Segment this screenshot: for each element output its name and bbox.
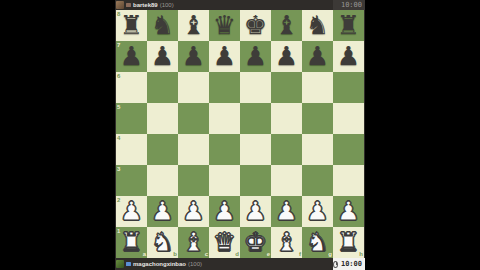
square-a1[interactable]: 1a♜	[116, 227, 147, 258]
square-f6[interactable]	[271, 72, 302, 103]
black-rook[interactable]: ♜	[116, 10, 147, 41]
square-h4[interactable]	[333, 134, 364, 165]
top-player-username[interactable]: bartek89	[133, 2, 158, 8]
square-h7[interactable]: ♟	[333, 41, 364, 72]
square-h2[interactable]: ♟	[333, 196, 364, 227]
square-h5[interactable]	[333, 103, 364, 134]
bottom-player-flag-icon	[126, 262, 131, 266]
square-g2[interactable]: ♟	[302, 196, 333, 227]
square-c3[interactable]	[178, 165, 209, 196]
square-f1[interactable]: f♝	[271, 227, 302, 258]
white-pawn[interactable]: ♟	[116, 196, 147, 227]
square-e2[interactable]: ♟	[240, 196, 271, 227]
square-b6[interactable]	[147, 72, 178, 103]
top-player-rating: (100)	[160, 2, 174, 8]
square-g7[interactable]: ♟	[302, 41, 333, 72]
rank-label-4: 4	[117, 135, 120, 141]
bottom-player-avatar[interactable]	[116, 260, 124, 268]
black-knight[interactable]: ♞	[147, 10, 178, 41]
square-h3[interactable]	[333, 165, 364, 196]
square-e5[interactable]	[240, 103, 271, 134]
square-e3[interactable]	[240, 165, 271, 196]
square-b2[interactable]: ♟	[147, 196, 178, 227]
square-f8[interactable]: ♝	[271, 10, 302, 41]
square-e4[interactable]	[240, 134, 271, 165]
square-c8[interactable]: ♝	[178, 10, 209, 41]
top-player-clock: 10:00	[333, 0, 365, 10]
white-pawn[interactable]: ♟	[333, 196, 364, 227]
bottom-player-username[interactable]: magachongxinbao	[133, 261, 186, 267]
top-player-bar: bartek89 (100) 10:00	[115, 0, 365, 10]
white-pawn[interactable]: ♟	[302, 196, 333, 227]
top-player-flag-icon	[126, 3, 131, 7]
square-a8[interactable]: 8♜	[116, 10, 147, 41]
rank-label-6: 6	[117, 73, 120, 79]
square-f5[interactable]	[271, 103, 302, 134]
white-bishop[interactable]: ♝	[271, 227, 302, 258]
square-a3[interactable]: 3	[116, 165, 147, 196]
square-e6[interactable]	[240, 72, 271, 103]
white-bishop[interactable]: ♝	[178, 227, 209, 258]
square-f4[interactable]	[271, 134, 302, 165]
chess-board: 8♜♞♝♛♚♝♞♜7♟♟♟♟♟♟♟♟65432♟♟♟♟♟♟♟♟1a♜b♞c♝d♛…	[116, 10, 364, 258]
square-g5[interactable]	[302, 103, 333, 134]
square-b7[interactable]: ♟	[147, 41, 178, 72]
square-g3[interactable]	[302, 165, 333, 196]
black-king[interactable]: ♚	[240, 10, 271, 41]
square-c6[interactable]	[178, 72, 209, 103]
black-pawn[interactable]: ♟	[333, 41, 364, 72]
square-c5[interactable]	[178, 103, 209, 134]
white-rook[interactable]: ♜	[333, 227, 364, 258]
black-pawn[interactable]: ♟	[271, 41, 302, 72]
square-g1[interactable]: g♞	[302, 227, 333, 258]
black-pawn[interactable]: ♟	[240, 41, 271, 72]
square-b5[interactable]	[147, 103, 178, 134]
white-pawn[interactable]: ♟	[178, 196, 209, 227]
square-c2[interactable]: ♟	[178, 196, 209, 227]
white-pawn[interactable]: ♟	[209, 196, 240, 227]
square-a6[interactable]: 6	[116, 72, 147, 103]
square-d3[interactable]	[209, 165, 240, 196]
square-d4[interactable]	[209, 134, 240, 165]
square-h1[interactable]: h♜	[333, 227, 364, 258]
square-f7[interactable]: ♟	[271, 41, 302, 72]
square-b4[interactable]	[147, 134, 178, 165]
screen: bartek89 (100) 10:00 8♜♞♝♛♚♝♞♜7♟♟♟♟♟♟♟♟6…	[0, 0, 480, 270]
rank-label-5: 5	[117, 104, 120, 110]
bottom-player-bar: magachongxinbao (100) 10:00	[115, 258, 365, 270]
square-b1[interactable]: b♞	[147, 227, 178, 258]
black-knight[interactable]: ♞	[302, 10, 333, 41]
square-d1[interactable]: d♛	[209, 227, 240, 258]
black-bishop[interactable]: ♝	[178, 10, 209, 41]
square-a2[interactable]: 2♟	[116, 196, 147, 227]
black-rook[interactable]: ♜	[333, 10, 364, 41]
square-h6[interactable]	[333, 72, 364, 103]
square-g4[interactable]	[302, 134, 333, 165]
square-d2[interactable]: ♟	[209, 196, 240, 227]
black-pawn[interactable]: ♟	[209, 41, 240, 72]
black-bishop[interactable]: ♝	[271, 10, 302, 41]
white-pawn[interactable]: ♟	[240, 196, 271, 227]
white-pawn[interactable]: ♟	[147, 196, 178, 227]
clock-icon	[333, 261, 338, 268]
black-queen[interactable]: ♛	[209, 10, 240, 41]
square-b3[interactable]	[147, 165, 178, 196]
square-c1[interactable]: c♝	[178, 227, 209, 258]
square-d5[interactable]	[209, 103, 240, 134]
square-f3[interactable]	[271, 165, 302, 196]
black-pawn[interactable]: ♟	[302, 41, 333, 72]
white-pawn[interactable]: ♟	[271, 196, 302, 227]
top-player-avatar[interactable]	[116, 1, 124, 9]
bottom-player-clock: 10:00	[333, 258, 365, 270]
square-e1[interactable]: e♚	[240, 227, 271, 258]
square-f2[interactable]: ♟	[271, 196, 302, 227]
square-d7[interactable]: ♟	[209, 41, 240, 72]
square-e8[interactable]: ♚	[240, 10, 271, 41]
square-c7[interactable]: ♟	[178, 41, 209, 72]
square-g8[interactable]: ♞	[302, 10, 333, 41]
square-c4[interactable]	[178, 134, 209, 165]
white-king[interactable]: ♚	[240, 227, 271, 258]
black-pawn[interactable]: ♟	[147, 41, 178, 72]
white-knight[interactable]: ♞	[147, 227, 178, 258]
square-h8[interactable]: ♜	[333, 10, 364, 41]
rank-label-3: 3	[117, 166, 120, 172]
square-a7[interactable]: 7♟	[116, 41, 147, 72]
square-a4[interactable]: 4	[116, 134, 147, 165]
black-pawn[interactable]: ♟	[116, 41, 147, 72]
game-panel: bartek89 (100) 10:00 8♜♞♝♛♚♝♞♜7♟♟♟♟♟♟♟♟6…	[115, 0, 365, 270]
bottom-player-rating: (100)	[188, 261, 202, 267]
square-d8[interactable]: ♛	[209, 10, 240, 41]
white-queen[interactable]: ♛	[209, 227, 240, 258]
black-pawn[interactable]: ♟	[178, 41, 209, 72]
square-g6[interactable]	[302, 72, 333, 103]
square-d6[interactable]	[209, 72, 240, 103]
square-a5[interactable]: 5	[116, 103, 147, 134]
square-e7[interactable]: ♟	[240, 41, 271, 72]
white-knight[interactable]: ♞	[302, 227, 333, 258]
square-b8[interactable]: ♞	[147, 10, 178, 41]
white-rook[interactable]: ♜	[116, 227, 147, 258]
